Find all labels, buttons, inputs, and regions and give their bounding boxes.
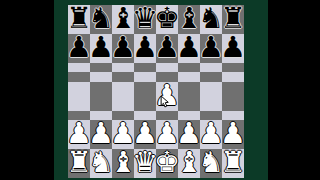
black-pawn-e7: ♟	[154, 33, 180, 62]
square-c2[interactable]: ♟	[112, 120, 134, 149]
black-pawn-f7: ♟	[176, 33, 202, 62]
square-b4[interactable]	[90, 82, 112, 111]
white-pawn-b2: ♟	[88, 119, 114, 148]
square-d4[interactable]	[134, 82, 156, 111]
black-rook-h8: ♜	[220, 4, 246, 33]
black-pawn-b7: ♟	[88, 33, 114, 62]
black-queen-d8: ♛	[132, 4, 158, 33]
square-h8[interactable]: ♜	[222, 5, 244, 34]
mouse-cursor-icon	[160, 95, 169, 109]
square-a5[interactable]	[68, 72, 90, 81]
square-g6[interactable]	[200, 63, 222, 72]
square-h6[interactable]	[222, 63, 244, 72]
square-a6[interactable]	[68, 63, 90, 72]
square-f1[interactable]: ♝	[178, 149, 200, 178]
square-c8[interactable]: ♝	[112, 5, 134, 34]
square-a8[interactable]: ♜	[68, 5, 90, 34]
black-pawn-c7: ♟	[110, 33, 136, 62]
square-c5[interactable]	[112, 72, 134, 81]
square-b2[interactable]: ♟	[90, 120, 112, 149]
square-d8[interactable]: ♛	[134, 5, 156, 34]
white-rook-a1: ♜	[66, 148, 92, 177]
white-pawn-h2: ♟	[220, 119, 246, 148]
square-g4[interactable]	[200, 82, 222, 111]
square-h2[interactable]: ♟	[222, 120, 244, 149]
square-f2[interactable]: ♟	[178, 120, 200, 149]
square-e7[interactable]: ♟	[156, 34, 178, 63]
square-e6[interactable]	[156, 63, 178, 72]
square-g3[interactable]	[200, 111, 222, 120]
black-pawn-g7: ♟	[198, 33, 224, 62]
square-e2[interactable]: ♟	[156, 120, 178, 149]
black-knight-b8: ♞	[88, 4, 114, 33]
square-c7[interactable]: ♟	[112, 34, 134, 63]
square-d6[interactable]	[134, 63, 156, 72]
white-knight-b1: ♞	[88, 148, 114, 177]
square-e3[interactable]	[156, 111, 178, 120]
square-g1[interactable]: ♞	[200, 149, 222, 178]
letterbox-bar-right	[268, 0, 320, 180]
square-g8[interactable]: ♞	[200, 5, 222, 34]
square-e8[interactable]: ♚	[156, 5, 178, 34]
square-a3[interactable]	[68, 111, 90, 120]
square-h1[interactable]: ♜	[222, 149, 244, 178]
square-f3[interactable]	[178, 111, 200, 120]
square-h7[interactable]: ♟	[222, 34, 244, 63]
white-bishop-c1: ♝	[110, 148, 136, 177]
square-h4[interactable]	[222, 82, 244, 111]
square-b6[interactable]	[90, 63, 112, 72]
white-king-e1: ♚	[154, 148, 180, 177]
black-pawn-d7: ♟	[132, 33, 158, 62]
black-king-e8: ♚	[154, 4, 180, 33]
video-frame: ♜♞♝♛♚♝♞♜♟♟♟♟♟♟♟♟♟♟♟♟♟♟♟♟♟♜♞♝♛♚♝♞♜	[0, 0, 320, 180]
chess-board: ♜♞♝♛♚♝♞♜♟♟♟♟♟♟♟♟♟♟♟♟♟♟♟♟♟♜♞♝♛♚♝♞♜	[68, 5, 244, 178]
black-pawn-h7: ♟	[220, 33, 246, 62]
square-c1[interactable]: ♝	[112, 149, 134, 178]
white-bishop-f1: ♝	[176, 148, 202, 177]
square-d2[interactable]: ♟	[134, 120, 156, 149]
black-pawn-a7: ♟	[66, 33, 92, 62]
square-d1[interactable]: ♛	[134, 149, 156, 178]
white-rook-h1: ♜	[220, 148, 246, 177]
square-b5[interactable]	[90, 72, 112, 81]
square-d5[interactable]	[134, 72, 156, 81]
square-g2[interactable]: ♟	[200, 120, 222, 149]
square-f6[interactable]	[178, 63, 200, 72]
square-f4[interactable]	[178, 82, 200, 111]
square-a1[interactable]: ♜	[68, 149, 90, 178]
square-e1[interactable]: ♚	[156, 149, 178, 178]
black-rook-a8: ♜	[66, 4, 92, 33]
square-d7[interactable]: ♟	[134, 34, 156, 63]
square-a7[interactable]: ♟	[68, 34, 90, 63]
square-c4[interactable]	[112, 82, 134, 111]
black-bishop-f8: ♝	[176, 4, 202, 33]
square-h5[interactable]	[222, 72, 244, 81]
square-b3[interactable]	[90, 111, 112, 120]
square-f7[interactable]: ♟	[178, 34, 200, 63]
square-b7[interactable]: ♟	[90, 34, 112, 63]
square-b8[interactable]: ♞	[90, 5, 112, 34]
white-pawn-d2: ♟	[132, 119, 158, 148]
square-a2[interactable]: ♟	[68, 120, 90, 149]
white-pawn-c2: ♟	[110, 119, 136, 148]
square-g5[interactable]	[200, 72, 222, 81]
letterbox-bar-left	[0, 0, 54, 180]
square-f5[interactable]	[178, 72, 200, 81]
white-pawn-g2: ♟	[198, 119, 224, 148]
square-a4[interactable]	[68, 82, 90, 111]
square-e5[interactable]	[156, 72, 178, 81]
white-pawn-f2: ♟	[176, 119, 202, 148]
white-queen-d1: ♛	[132, 148, 158, 177]
black-knight-g8: ♞	[198, 4, 224, 33]
square-d3[interactable]	[134, 111, 156, 120]
square-f8[interactable]: ♝	[178, 5, 200, 34]
black-bishop-c8: ♝	[110, 4, 136, 33]
square-b1[interactable]: ♞	[90, 149, 112, 178]
square-g7[interactable]: ♟	[200, 34, 222, 63]
square-c6[interactable]	[112, 63, 134, 72]
square-c3[interactable]	[112, 111, 134, 120]
white-knight-g1: ♞	[198, 148, 224, 177]
white-pawn-a2: ♟	[66, 119, 92, 148]
white-pawn-e2: ♟	[154, 119, 180, 148]
square-h3[interactable]	[222, 111, 244, 120]
